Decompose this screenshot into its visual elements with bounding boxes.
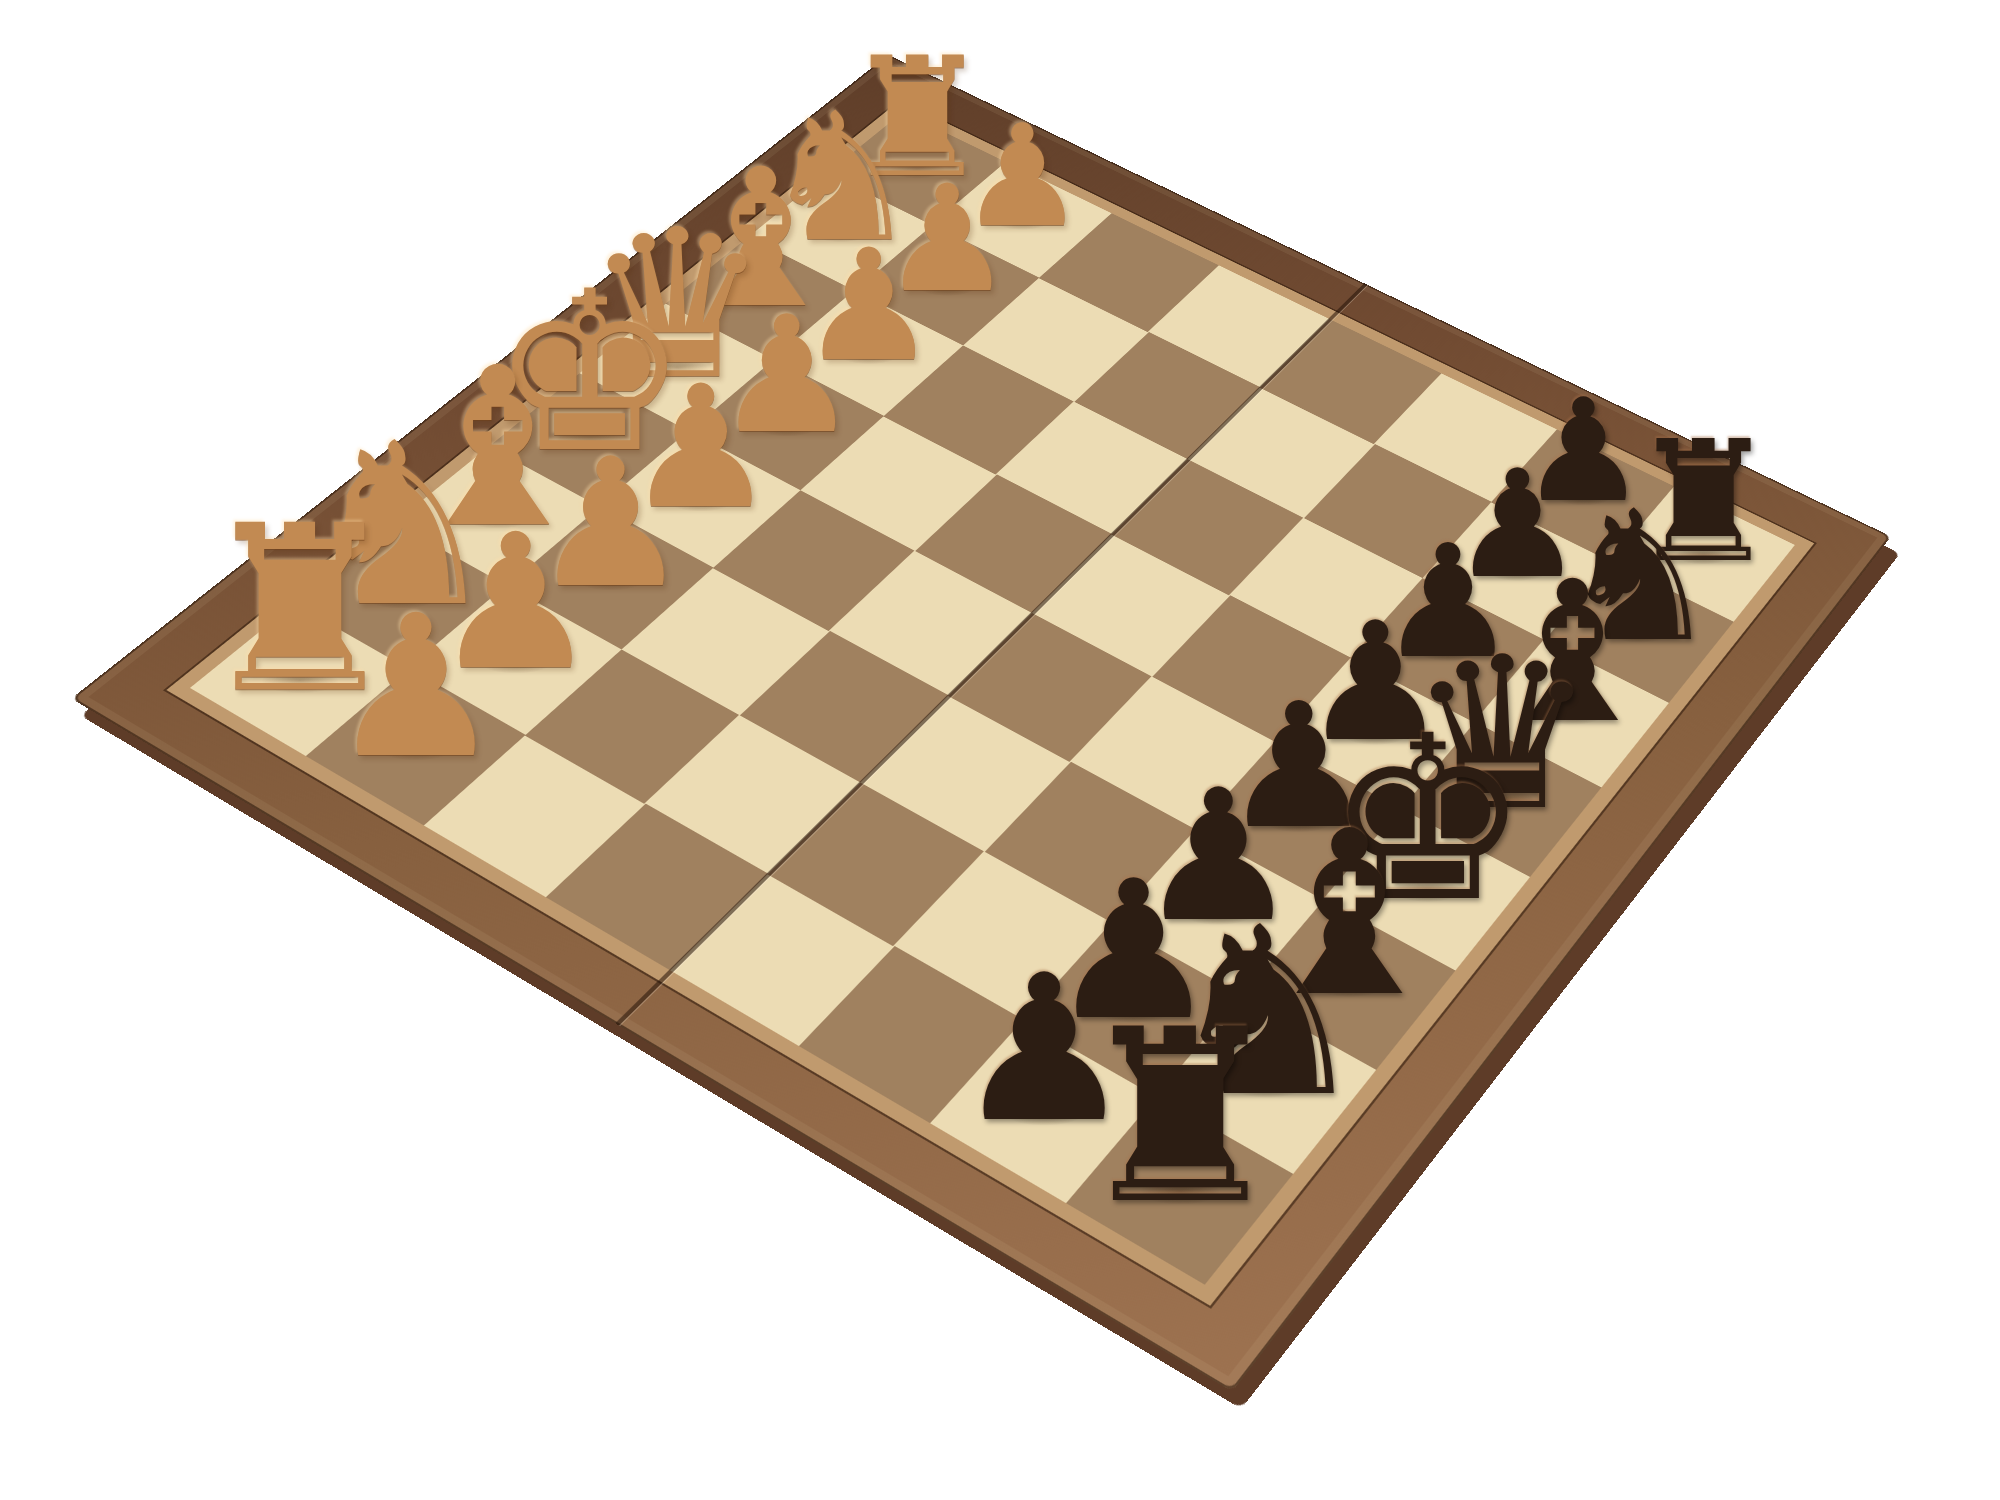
pieces-layer: ♜♟♞♟♝♟♛♟♚♟♟♝♜♟♟♞♞♟♟♜♝♟♟♛♟♚♟♝♟♞♟♜: [0, 0, 2000, 1500]
piece-black-rook-h8[interactable]: ♜: [1073, 997, 1287, 1236]
chess-set-photo: ♜♟♞♟♝♟♛♟♚♟♟♝♜♟♟♞♞♟♟♜♝♟♟♛♟♚♟♝♟♞♟♜: [0, 0, 2000, 1500]
piece-white-pawn-h2[interactable]: ♟: [328, 588, 504, 784]
